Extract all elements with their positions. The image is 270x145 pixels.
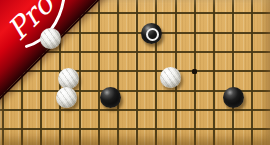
star-point bbox=[192, 69, 197, 74]
grid-line-horizontal bbox=[0, 70, 270, 72]
grid-line-vertical bbox=[136, 0, 138, 145]
white-stone bbox=[160, 67, 181, 88]
last-move-marker bbox=[146, 28, 159, 41]
black-stone bbox=[223, 87, 244, 108]
grid-line-horizontal bbox=[0, 109, 270, 111]
grid-line-vertical bbox=[213, 0, 215, 145]
black-stone bbox=[141, 23, 162, 44]
grid-line-vertical bbox=[98, 0, 100, 145]
white-stone bbox=[40, 28, 61, 49]
grid-line-vertical bbox=[251, 0, 253, 145]
white-stone bbox=[58, 68, 79, 89]
white-stone bbox=[56, 87, 77, 108]
grid-line-vertical bbox=[155, 0, 157, 145]
grid-line-vertical bbox=[117, 0, 119, 145]
black-stone bbox=[100, 87, 121, 108]
go-app-screenshot: Pro bbox=[0, 0, 270, 145]
grid-line-vertical bbox=[79, 0, 81, 145]
grid-line-vertical bbox=[232, 0, 234, 145]
grid-line-horizontal bbox=[0, 128, 270, 130]
